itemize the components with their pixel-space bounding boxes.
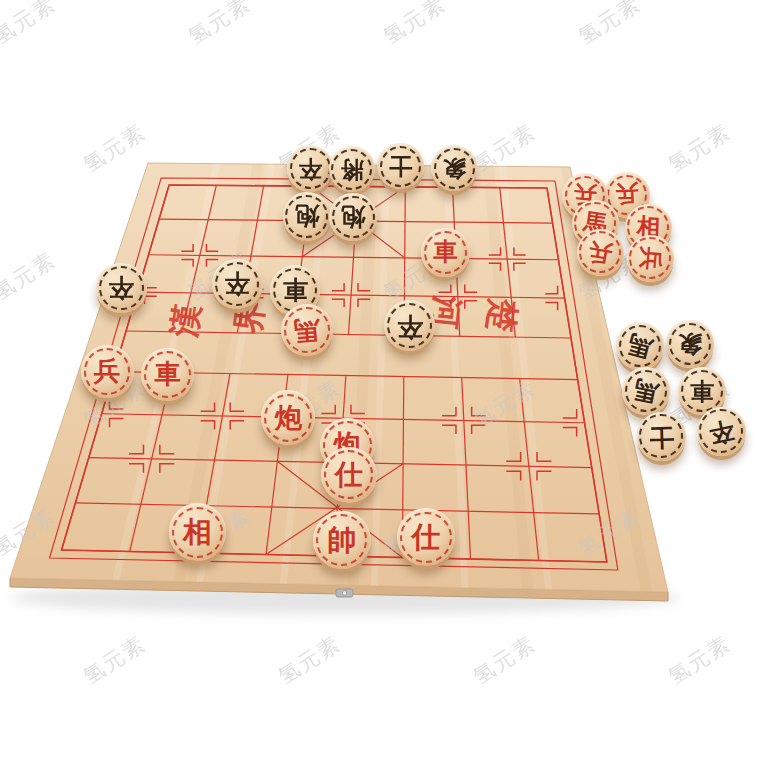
piece-red-帥[interactable]: 帥 xyxy=(313,511,371,569)
piece-red-仕[interactable]: 仕 xyxy=(397,508,455,566)
piece-character: 馬 xyxy=(279,302,335,358)
piece-character: 炮 xyxy=(283,192,331,240)
piece-black-炮[interactable]: 炮 xyxy=(283,192,331,240)
piece-red-車[interactable]: 車 xyxy=(421,228,470,277)
piece-character: 卒 xyxy=(212,259,262,309)
piece-character: 士 xyxy=(377,143,424,190)
piece-red-仕[interactable]: 仕 xyxy=(321,447,377,503)
piece-black-卒[interactable]: 卒 xyxy=(287,145,334,192)
piece-character: 帥 xyxy=(313,511,371,569)
piece-black-將[interactable]: 將 xyxy=(329,146,376,193)
piece-character: 車 xyxy=(421,228,470,277)
piece-black-卒[interactable]: 卒 xyxy=(384,300,436,352)
piece-black-士[interactable]: 士 xyxy=(377,143,424,190)
piece-red-車[interactable]: 車 xyxy=(141,348,194,401)
piece-character: 卒 xyxy=(384,300,436,352)
piece-black-馬[interactable]: 馬 xyxy=(622,367,670,415)
piece-black-象[interactable]: 象 xyxy=(666,320,714,368)
piece-character: 將 xyxy=(329,146,376,193)
piece-character: 士 xyxy=(636,411,687,462)
piece-character: 兵 xyxy=(81,345,134,398)
piece-black-象[interactable]: 象 xyxy=(431,145,478,192)
piece-character: 卒 xyxy=(96,263,146,313)
piece-red-兵[interactable]: 兵 xyxy=(627,235,674,282)
product-photo-stage: 漢界河楚 氢元素氢元素氢元素氢元素氢元素氢元素氢元素氢元素氢元素氢元素氢元素氢元… xyxy=(0,0,760,760)
piece-black-卒[interactable]: 卒 xyxy=(697,407,746,456)
piece-red-兵[interactable]: 兵 xyxy=(81,345,134,398)
piece-character: 仕 xyxy=(397,508,455,566)
piece-black-卒[interactable]: 卒 xyxy=(212,259,262,309)
piece-character: 象 xyxy=(665,319,715,369)
piece-character: 車 xyxy=(141,348,194,401)
piece-red-馬[interactable]: 馬 xyxy=(281,304,333,356)
piece-black-士[interactable]: 士 xyxy=(637,412,686,461)
pieces-layer: 卒將士象炮炮卒卒車卒車馬兵車炮炮仕相帥仕兵兵馬相兵兵馬象馬車士卒 xyxy=(0,0,760,760)
piece-character: 兵 xyxy=(573,225,627,279)
piece-black-卒[interactable]: 卒 xyxy=(96,263,146,313)
piece-character: 卒 xyxy=(692,402,750,460)
piece-character: 仕 xyxy=(321,447,377,503)
piece-red-炮[interactable]: 炮 xyxy=(261,390,315,444)
piece-character: 象 xyxy=(431,145,478,192)
piece-black-炮[interactable]: 炮 xyxy=(329,193,377,241)
piece-character: 卒 xyxy=(287,145,334,192)
piece-red-相[interactable]: 相 xyxy=(169,503,227,561)
piece-character: 炮 xyxy=(329,193,377,241)
piece-black-馬[interactable]: 馬 xyxy=(616,322,664,370)
piece-character: 兵 xyxy=(625,233,676,284)
piece-character: 相 xyxy=(169,503,227,561)
piece-red-兵[interactable]: 兵 xyxy=(577,229,624,276)
piece-character: 炮 xyxy=(261,390,315,444)
